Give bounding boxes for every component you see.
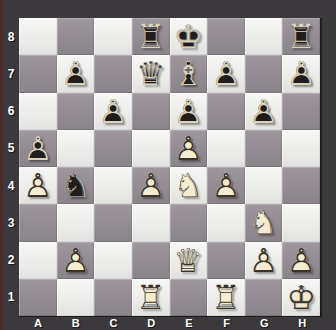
file-label-c: C [95,315,133,330]
square-b5[interactable] [57,130,95,167]
piece-glyph-fill: ♞ [170,167,208,204]
piece-glyph-fill: ♞ [57,167,95,204]
piece-glyph-fill: ♟ [282,242,320,279]
piece-glyph-outline: ♕ [132,55,170,92]
piece-glyph-outline: ♔ [282,279,320,316]
square-c3[interactable] [94,204,132,241]
piece-glyph-outline: ♙ [57,55,95,92]
piece-glyph-fill: ♟ [170,130,208,167]
square-g7[interactable] [245,55,283,92]
square-h1[interactable]: ♚♔ [282,279,320,316]
square-g1[interactable] [245,279,283,316]
piece-glyph-fill: ♚ [282,279,320,316]
piece-glyph-fill: ♜ [282,18,320,55]
piece-glyph-outline: ♙ [132,167,170,204]
square-d2[interactable] [132,242,170,279]
black-rook: ♜♖ [132,18,170,55]
piece-glyph-outline: ♖ [132,18,170,55]
square-c1[interactable] [94,279,132,316]
square-f6[interactable] [207,93,245,130]
square-d6[interactable] [132,93,170,130]
black-pawn: ♟♙ [170,93,208,130]
piece-glyph-outline: ♔ [170,18,208,55]
white-rook: ♜♖ [132,279,170,316]
square-b1[interactable] [57,279,95,316]
piece-glyph-fill: ♟ [245,93,283,130]
rank-label-3: 3 [3,204,19,241]
piece-glyph-outline: ♘ [57,167,95,204]
piece-glyph-outline: ♙ [19,167,57,204]
piece-glyph-fill: ♟ [57,242,95,279]
piece-glyph-outline: ♙ [245,93,283,130]
square-e3[interactable] [170,204,208,241]
square-e2[interactable]: ♛♕ [170,242,208,279]
square-a7[interactable] [19,55,57,92]
square-f5[interactable] [207,130,245,167]
square-g2[interactable]: ♟♙ [245,242,283,279]
piece-glyph-outline: ♕ [170,242,208,279]
square-h3[interactable] [282,204,320,241]
white-pawn: ♟♙ [19,167,57,204]
piece-glyph-fill: ♞ [245,204,283,241]
square-d8[interactable]: ♜♖ [132,18,170,55]
rank-label-7: 7 [3,55,19,92]
black-knight: ♞♘ [57,167,95,204]
square-c6[interactable]: ♟♙ [94,93,132,130]
piece-glyph-outline: ♙ [282,55,320,92]
white-pawn: ♟♙ [207,167,245,204]
white-pawn: ♟♙ [282,242,320,279]
black-queen: ♛♕ [132,55,170,92]
piece-glyph-fill: ♛ [170,242,208,279]
rank-label-6: 6 [3,93,19,130]
square-e6[interactable]: ♟♙ [170,93,208,130]
white-pawn: ♟♙ [245,242,283,279]
piece-glyph-fill: ♟ [282,55,320,92]
rank-label-2: 2 [3,242,19,279]
square-h7[interactable]: ♟♙ [282,55,320,92]
square-f1[interactable]: ♜♖ [207,279,245,316]
piece-glyph-fill: ♟ [57,55,95,92]
black-pawn: ♟♙ [19,130,57,167]
square-f8[interactable] [207,18,245,55]
square-a6[interactable] [19,93,57,130]
square-a8[interactable] [19,18,57,55]
black-pawn: ♟♙ [245,93,283,130]
square-a1[interactable] [19,279,57,316]
piece-glyph-fill: ♚ [170,18,208,55]
file-label-g: G [246,315,284,330]
square-h5[interactable] [282,130,320,167]
rank-label-5: 5 [3,130,19,167]
piece-glyph-outline: ♙ [19,130,57,167]
rank-label-4: 4 [3,167,19,204]
chess-board[interactable]: ♜♖♚♔♜♖♟♙♛♕♝♗♟♙♟♙♟♙♟♙♟♙♟♙♟♙♟♙♞♘♟♙♞♘♟♙♞♘♟♙… [19,18,322,317]
file-label-e: E [170,315,208,330]
white-knight: ♞♘ [170,167,208,204]
square-d3[interactable] [132,204,170,241]
square-e4[interactable]: ♞♘ [170,167,208,204]
piece-glyph-outline: ♙ [207,167,245,204]
square-e8[interactable]: ♚♔ [170,18,208,55]
piece-glyph-fill: ♝ [170,55,208,92]
white-queen: ♛♕ [170,242,208,279]
square-d5[interactable] [132,130,170,167]
square-b4[interactable]: ♞♘ [57,167,95,204]
white-king: ♚♔ [282,279,320,316]
piece-glyph-outline: ♘ [170,167,208,204]
file-label-d: D [132,315,170,330]
black-king: ♚♔ [170,18,208,55]
square-c4[interactable] [94,167,132,204]
square-e1[interactable] [170,279,208,316]
white-pawn: ♟♙ [57,242,95,279]
piece-glyph-outline: ♗ [170,55,208,92]
square-a5[interactable]: ♟♙ [19,130,57,167]
black-rook: ♜♖ [282,18,320,55]
square-b8[interactable] [57,18,95,55]
square-g5[interactable] [245,130,283,167]
piece-glyph-fill: ♜ [132,279,170,316]
black-pawn: ♟♙ [57,55,95,92]
square-b2[interactable]: ♟♙ [57,242,95,279]
piece-glyph-fill: ♟ [19,167,57,204]
piece-glyph-outline: ♖ [207,279,245,316]
square-g6[interactable]: ♟♙ [245,93,283,130]
square-h8[interactable]: ♜♖ [282,18,320,55]
square-c8[interactable] [94,18,132,55]
square-e5[interactable]: ♟♙ [170,130,208,167]
piece-glyph-fill: ♜ [207,279,245,316]
piece-glyph-fill: ♛ [132,55,170,92]
piece-glyph-outline: ♖ [132,279,170,316]
square-h4[interactable] [282,167,320,204]
file-label-b: B [57,315,95,330]
white-pawn: ♟♙ [132,167,170,204]
square-b3[interactable] [57,204,95,241]
piece-glyph-fill: ♟ [207,55,245,92]
square-g3[interactable]: ♞♘ [245,204,283,241]
black-bishop: ♝♗ [170,55,208,92]
square-c7[interactable] [94,55,132,92]
piece-glyph-outline: ♙ [282,242,320,279]
white-knight: ♞♘ [245,204,283,241]
square-a3[interactable] [19,204,57,241]
square-f2[interactable] [207,242,245,279]
piece-glyph-outline: ♙ [207,55,245,92]
square-e7[interactable]: ♝♗ [170,55,208,92]
rank-label-8: 8 [3,18,19,55]
square-f7[interactable]: ♟♙ [207,55,245,92]
square-h6[interactable] [282,93,320,130]
piece-glyph-outline: ♙ [170,93,208,130]
piece-glyph-outline: ♖ [282,18,320,55]
white-pawn: ♟♙ [170,130,208,167]
file-labels: ABCDEFGH [19,315,321,330]
black-pawn: ♟♙ [94,93,132,130]
piece-glyph-fill: ♟ [94,93,132,130]
white-rook: ♜♖ [207,279,245,316]
file-label-h: H [283,315,321,330]
square-h2[interactable]: ♟♙ [282,242,320,279]
black-pawn: ♟♙ [282,55,320,92]
rank-label-1: 1 [3,279,19,316]
square-g8[interactable] [245,18,283,55]
piece-glyph-fill: ♟ [132,167,170,204]
piece-glyph-outline: ♙ [57,242,95,279]
piece-glyph-fill: ♟ [207,167,245,204]
square-a2[interactable] [19,242,57,279]
piece-glyph-outline: ♙ [170,130,208,167]
piece-glyph-fill: ♟ [170,93,208,130]
piece-glyph-outline: ♙ [94,93,132,130]
square-f4[interactable]: ♟♙ [207,167,245,204]
file-label-f: F [208,315,246,330]
square-b6[interactable] [57,93,95,130]
square-f3[interactable] [207,204,245,241]
piece-glyph-fill: ♜ [132,18,170,55]
square-b7[interactable]: ♟♙ [57,55,95,92]
black-pawn: ♟♙ [207,55,245,92]
piece-glyph-fill: ♟ [19,130,57,167]
rank-labels: 87654321 [3,18,19,316]
square-d4[interactable]: ♟♙ [132,167,170,204]
file-label-a: A [19,315,57,330]
square-d1[interactable]: ♜♖ [132,279,170,316]
piece-glyph-fill: ♟ [245,242,283,279]
square-a4[interactable]: ♟♙ [19,167,57,204]
square-c2[interactable] [94,242,132,279]
square-d7[interactable]: ♛♕ [132,55,170,92]
piece-glyph-outline: ♘ [245,204,283,241]
piece-glyph-outline: ♙ [245,242,283,279]
square-c5[interactable] [94,130,132,167]
square-g4[interactable] [245,167,283,204]
